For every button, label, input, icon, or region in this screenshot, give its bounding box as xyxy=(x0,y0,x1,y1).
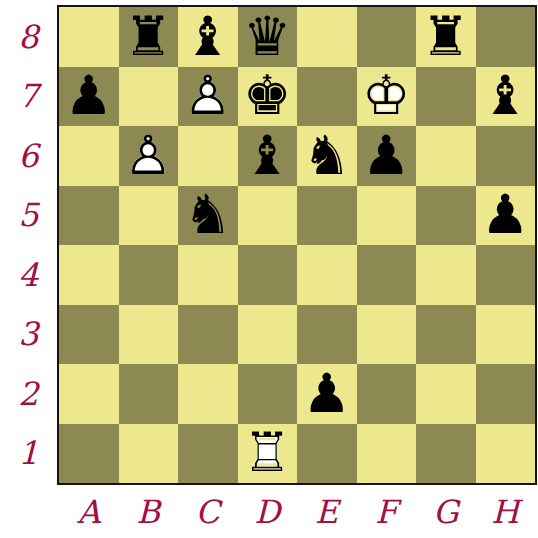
piece-solid-layer: ♛ xyxy=(243,5,291,68)
square-f8[interactable] xyxy=(357,7,417,67)
square-g6[interactable] xyxy=(416,126,476,186)
white-pawn-icon[interactable]: ♟♙ xyxy=(184,69,232,123)
piece-solid-layer: ♟ xyxy=(481,183,529,246)
piece-outline-layer: ♖ xyxy=(243,426,291,480)
square-g3[interactable] xyxy=(416,305,476,365)
square-c6[interactable] xyxy=(178,126,238,186)
black-bishop-icon[interactable]: ♝ xyxy=(184,10,232,64)
square-e5[interactable] xyxy=(297,186,357,246)
square-f6[interactable]: ♟ xyxy=(357,126,417,186)
black-queen-icon[interactable]: ♛ xyxy=(243,10,291,64)
square-d2[interactable] xyxy=(238,364,298,424)
chess-board: ♜♝♛♜♟♟♙♚♚♔♝♟♙♝♞♟♞♟♟♜♖ xyxy=(57,5,537,485)
rank-label-7: 7 xyxy=(0,67,57,127)
black-pawn-icon[interactable]: ♟ xyxy=(65,69,113,123)
square-a8[interactable] xyxy=(59,7,119,67)
square-h1[interactable] xyxy=(476,424,536,484)
piece-solid-layer: ♚ xyxy=(243,64,291,127)
rank-label-3: 3 xyxy=(0,305,57,365)
square-h6[interactable] xyxy=(476,126,536,186)
square-d5[interactable] xyxy=(238,186,298,246)
square-a3[interactable] xyxy=(59,305,119,365)
square-b7[interactable] xyxy=(119,67,179,127)
black-pawn-icon[interactable]: ♟ xyxy=(481,188,529,242)
square-d7[interactable]: ♚ xyxy=(238,67,298,127)
rank-label-4: 4 xyxy=(0,245,57,305)
square-f4[interactable] xyxy=(357,245,417,305)
piece-outline-layer: ♙ xyxy=(184,69,232,123)
square-b2[interactable] xyxy=(119,364,179,424)
square-g4[interactable] xyxy=(416,245,476,305)
piece-solid-layer: ♞ xyxy=(184,183,232,246)
black-bishop-icon[interactable]: ♝ xyxy=(481,69,529,123)
piece-solid-layer: ♜ xyxy=(124,5,172,68)
black-rook-icon[interactable]: ♜ xyxy=(124,10,172,64)
square-h7[interactable]: ♝ xyxy=(476,67,536,127)
piece-solid-layer: ♟ xyxy=(65,64,113,127)
square-c8[interactable]: ♝ xyxy=(178,7,238,67)
piece-solid-layer: ♝ xyxy=(481,64,529,127)
file-label-f: F xyxy=(357,487,417,536)
square-f7[interactable]: ♚♔ xyxy=(357,67,417,127)
file-label-c: C xyxy=(178,487,238,536)
square-e4[interactable] xyxy=(297,245,357,305)
piece-solid-layer: ♜ xyxy=(422,5,470,68)
file-label-e: E xyxy=(297,487,357,536)
rank-label-6: 6 xyxy=(0,126,57,186)
square-b6[interactable]: ♟♙ xyxy=(119,126,179,186)
rank-label-8: 8 xyxy=(0,7,57,67)
file-labels: ABCDEFGH xyxy=(59,487,535,536)
square-c7[interactable]: ♟♙ xyxy=(178,67,238,127)
square-a4[interactable] xyxy=(59,245,119,305)
square-e1[interactable] xyxy=(297,424,357,484)
square-d4[interactable] xyxy=(238,245,298,305)
file-label-a: A xyxy=(59,487,119,536)
rank-label-5: 5 xyxy=(0,186,57,246)
square-c4[interactable] xyxy=(178,245,238,305)
square-c2[interactable] xyxy=(178,364,238,424)
square-g5[interactable] xyxy=(416,186,476,246)
square-c5[interactable]: ♞ xyxy=(178,186,238,246)
square-f1[interactable] xyxy=(357,424,417,484)
square-e7[interactable] xyxy=(297,67,357,127)
square-a6[interactable] xyxy=(59,126,119,186)
square-c1[interactable] xyxy=(178,424,238,484)
square-d6[interactable]: ♝ xyxy=(238,126,298,186)
square-g1[interactable] xyxy=(416,424,476,484)
square-e2[interactable]: ♟ xyxy=(297,364,357,424)
black-bishop-icon[interactable]: ♝ xyxy=(243,129,291,183)
square-d3[interactable] xyxy=(238,305,298,365)
black-pawn-icon[interactable]: ♟ xyxy=(303,367,351,421)
piece-solid-layer: ♟ xyxy=(303,362,351,425)
black-king-icon[interactable]: ♚ xyxy=(243,69,291,123)
white-rook-icon[interactable]: ♜♖ xyxy=(243,426,291,480)
square-b4[interactable] xyxy=(119,245,179,305)
black-rook-icon[interactable]: ♜ xyxy=(422,10,470,64)
square-c3[interactable] xyxy=(178,305,238,365)
square-d1[interactable]: ♜♖ xyxy=(238,424,298,484)
black-pawn-icon[interactable]: ♟ xyxy=(362,129,410,183)
square-e8[interactable] xyxy=(297,7,357,67)
piece-solid-layer: ♞ xyxy=(303,124,351,187)
piece-solid-layer: ♟ xyxy=(362,124,410,187)
black-knight-icon[interactable]: ♞ xyxy=(184,188,232,242)
rank-labels: 87654321 xyxy=(0,7,57,483)
square-b5[interactable] xyxy=(119,186,179,246)
square-f3[interactable] xyxy=(357,305,417,365)
square-a5[interactable] xyxy=(59,186,119,246)
piece-solid-layer: ♝ xyxy=(243,124,291,187)
square-g2[interactable] xyxy=(416,364,476,424)
square-b3[interactable] xyxy=(119,305,179,365)
rank-label-1: 1 xyxy=(0,424,57,484)
square-h3[interactable] xyxy=(476,305,536,365)
square-a1[interactable] xyxy=(59,424,119,484)
piece-outline-layer: ♔ xyxy=(362,69,410,123)
square-h2[interactable] xyxy=(476,364,536,424)
black-knight-icon[interactable]: ♞ xyxy=(303,129,351,183)
chess-diagram: 87654321 ♜♝♛♜♟♟♙♚♚♔♝♟♙♝♞♟♞♟♟♜♖ ABCDEFGH xyxy=(0,0,538,538)
piece-solid-layer: ♝ xyxy=(184,5,232,68)
file-label-g: G xyxy=(416,487,476,536)
file-label-h: H xyxy=(476,487,536,536)
square-b8[interactable]: ♜ xyxy=(119,7,179,67)
square-b1[interactable] xyxy=(119,424,179,484)
file-label-d: D xyxy=(238,487,298,536)
square-f5[interactable] xyxy=(357,186,417,246)
square-d8[interactable]: ♛ xyxy=(238,7,298,67)
file-label-b: B xyxy=(119,487,179,536)
rank-label-2: 2 xyxy=(0,364,57,424)
square-h4[interactable] xyxy=(476,245,536,305)
white-king-icon[interactable]: ♚♔ xyxy=(362,69,410,123)
square-e6[interactable]: ♞ xyxy=(297,126,357,186)
square-g8[interactable]: ♜ xyxy=(416,7,476,67)
square-h8[interactable] xyxy=(476,7,536,67)
square-a2[interactable] xyxy=(59,364,119,424)
square-f2[interactable] xyxy=(357,364,417,424)
square-g7[interactable] xyxy=(416,67,476,127)
white-pawn-icon[interactable]: ♟♙ xyxy=(124,129,172,183)
piece-outline-layer: ♙ xyxy=(124,129,172,183)
square-e3[interactable] xyxy=(297,305,357,365)
square-h5[interactable]: ♟ xyxy=(476,186,536,246)
square-a7[interactable]: ♟ xyxy=(59,67,119,127)
